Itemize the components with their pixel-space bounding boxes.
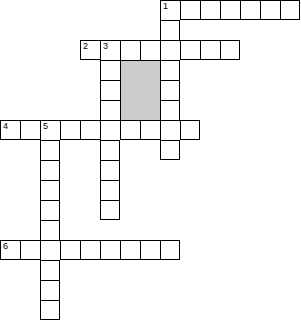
grid-cell[interactable] <box>100 160 120 180</box>
block-cell <box>120 100 140 120</box>
grid-cell[interactable] <box>100 100 120 120</box>
grid-cell[interactable] <box>200 40 220 60</box>
grid-cell[interactable] <box>160 60 180 80</box>
grid-cell[interactable] <box>100 140 120 160</box>
grid-cell[interactable]: 4 <box>0 120 20 140</box>
grid-cell[interactable]: 3 <box>100 40 120 60</box>
grid-cell[interactable] <box>60 240 80 260</box>
grid-cell[interactable] <box>40 240 60 260</box>
grid-cell[interactable] <box>100 80 120 100</box>
grid-cell[interactable] <box>40 220 60 240</box>
crossword-grid: 123456 <box>0 0 300 320</box>
grid-cell[interactable] <box>80 240 100 260</box>
grid-cell[interactable] <box>160 40 180 60</box>
grid-cell[interactable] <box>180 40 200 60</box>
grid-cell[interactable] <box>120 240 140 260</box>
grid-cell[interactable] <box>260 0 280 20</box>
grid-cell[interactable] <box>120 120 140 140</box>
grid-cell[interactable] <box>220 40 240 60</box>
clue-number-4: 4 <box>3 121 8 131</box>
grid-cell[interactable] <box>160 80 180 100</box>
grid-cell[interactable] <box>100 180 120 200</box>
grid-cell[interactable] <box>100 240 120 260</box>
clue-number-6: 6 <box>3 241 8 251</box>
grid-cell[interactable] <box>160 240 180 260</box>
grid-cell[interactable] <box>40 280 60 300</box>
grid-cell[interactable] <box>200 0 220 20</box>
grid-cell[interactable] <box>280 0 300 20</box>
grid-cell[interactable] <box>20 120 40 140</box>
grid-cell[interactable] <box>20 240 40 260</box>
clue-number-2: 2 <box>83 41 88 51</box>
grid-cell[interactable] <box>160 100 180 120</box>
grid-cell[interactable] <box>240 0 260 20</box>
grid-cell[interactable] <box>140 120 160 140</box>
grid-cell[interactable] <box>40 180 60 200</box>
grid-cell[interactable] <box>100 120 120 140</box>
grid-cell[interactable] <box>160 20 180 40</box>
grid-cell[interactable]: 6 <box>0 240 20 260</box>
grid-cell[interactable]: 2 <box>80 40 100 60</box>
grid-cell[interactable] <box>140 240 160 260</box>
grid-cell[interactable] <box>40 200 60 220</box>
grid-cell[interactable] <box>160 120 180 140</box>
grid-cell[interactable] <box>160 140 180 160</box>
block-cell <box>140 80 160 100</box>
grid-cell[interactable] <box>100 60 120 80</box>
grid-cell[interactable] <box>40 260 60 280</box>
clue-number-3: 3 <box>103 41 108 51</box>
grid-cell[interactable] <box>100 200 120 220</box>
crossword-board: 123456 <box>0 0 301 321</box>
grid-cell[interactable] <box>40 140 60 160</box>
block-cell <box>140 100 160 120</box>
grid-cell[interactable] <box>40 160 60 180</box>
grid-cell[interactable]: 5 <box>40 120 60 140</box>
grid-cell[interactable] <box>140 40 160 60</box>
grid-cell[interactable] <box>180 0 200 20</box>
grid-cell[interactable] <box>60 120 80 140</box>
grid-cell[interactable] <box>80 120 100 140</box>
grid-cell[interactable] <box>220 0 240 20</box>
grid-cell[interactable]: 1 <box>160 0 180 20</box>
grid-cell[interactable] <box>180 120 200 140</box>
grid-cell[interactable] <box>120 40 140 60</box>
block-cell <box>120 60 140 80</box>
block-cell <box>120 80 140 100</box>
block-cell <box>140 60 160 80</box>
grid-cell[interactable] <box>40 300 60 320</box>
clue-number-5: 5 <box>43 121 48 131</box>
clue-number-1: 1 <box>163 1 168 11</box>
